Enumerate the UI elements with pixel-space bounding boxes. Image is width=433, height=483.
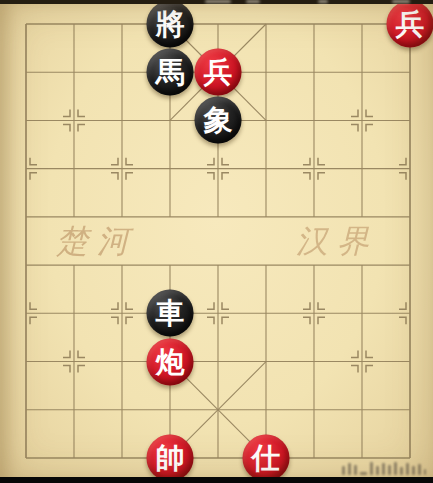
red-advisor[interactable]: 仕 [243, 434, 290, 481]
top-edge-bar [0, 0, 433, 4]
black-horse[interactable]: 馬 [147, 49, 194, 96]
red-soldier-edge[interactable]: 兵 [387, 1, 433, 48]
black-chariot[interactable]: 車 [147, 290, 194, 337]
red-soldier-center[interactable]: 兵 [195, 49, 242, 96]
red-cannon[interactable]: 炮 [147, 338, 194, 385]
watermark [342, 459, 426, 475]
bottom-edge-bar [0, 477, 433, 483]
black-general[interactable]: 將 [147, 1, 194, 48]
river-label-right: 汉界 [296, 222, 378, 260]
river-label-left: 楚河 [56, 222, 138, 260]
black-elephant[interactable]: 象 [195, 97, 242, 144]
xiangqi-screen: 楚河 汉界 將馬兵象兵車炮帥仕 [0, 0, 433, 483]
red-general[interactable]: 帥 [147, 434, 194, 481]
